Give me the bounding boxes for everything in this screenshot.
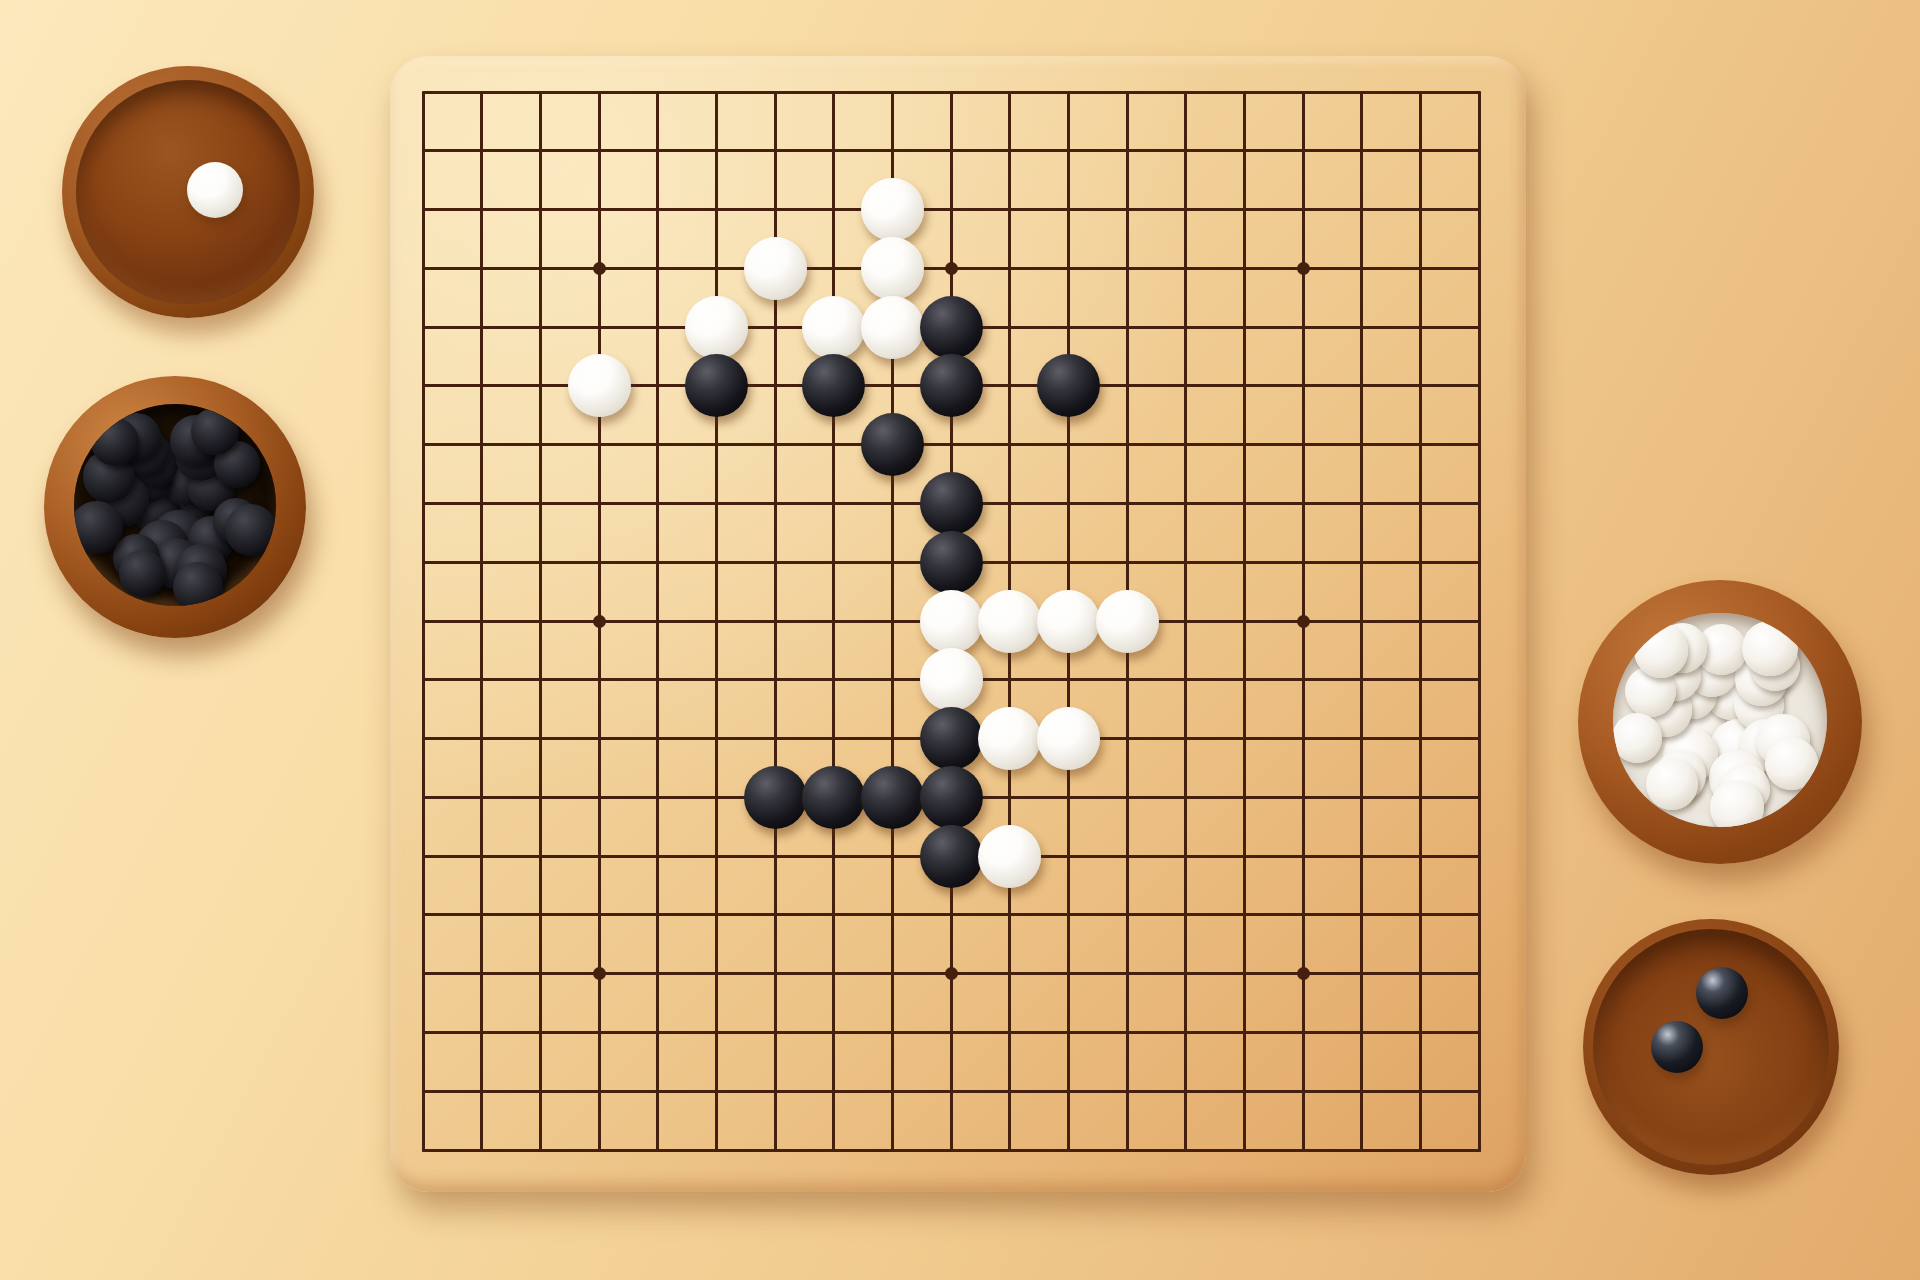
white-stone-heap: [1613, 613, 1827, 827]
white-stone[interactable]: [920, 648, 983, 711]
black-stone[interactable]: [802, 354, 865, 417]
white-stone[interactable]: [861, 296, 924, 359]
black-stone[interactable]: [1037, 354, 1100, 417]
grid-line-vertical: [1360, 91, 1363, 1152]
black-stone[interactable]: [920, 354, 983, 417]
white-stone[interactable]: [1096, 590, 1159, 653]
grid-line-horizontal: [422, 913, 1481, 916]
bowl-stone-black: [91, 418, 139, 466]
bowl-lid-top-left: [62, 66, 314, 318]
go-scene: [0, 0, 1920, 1280]
white-stone[interactable]: [744, 237, 807, 300]
black-stone[interactable]: [861, 766, 924, 829]
bowl-lid-bottom-right: [1583, 919, 1839, 1175]
star-point: [945, 967, 958, 980]
black-stone[interactable]: [920, 707, 983, 770]
bowl-stone-black: [74, 501, 123, 554]
grid-line-horizontal: [422, 1149, 1481, 1152]
black-stone[interactable]: [920, 531, 983, 594]
white-stone[interactable]: [861, 237, 924, 300]
bowl-white-stones: [1578, 580, 1862, 864]
grid-line-horizontal: [422, 1031, 1481, 1034]
captured-white-stone: [187, 162, 243, 218]
black-stone[interactable]: [802, 766, 865, 829]
bowl-stone-white: [1634, 623, 1689, 678]
black-stone[interactable]: [685, 354, 748, 417]
white-stone[interactable]: [685, 296, 748, 359]
lid-surface: [1593, 929, 1829, 1165]
bowl-stone-black: [119, 550, 166, 597]
bowl-stone-black: [225, 504, 276, 556]
grid-line-horizontal: [422, 1090, 1481, 1093]
bowl-stone-white: [1710, 780, 1765, 827]
black-stone-heap: [74, 404, 276, 606]
bowl-stone-white: [1646, 758, 1698, 810]
grid-line-vertical: [1478, 91, 1481, 1152]
star-point: [593, 262, 606, 275]
white-stone[interactable]: [978, 825, 1041, 888]
grid-line-vertical: [1243, 91, 1246, 1152]
white-stone[interactable]: [978, 590, 1041, 653]
grid-line-vertical: [1419, 91, 1422, 1152]
white-stone[interactable]: [1037, 590, 1100, 653]
bowl-stone-white: [1613, 713, 1662, 763]
grid-line-vertical: [1184, 91, 1187, 1152]
bowl-stone-black: [173, 562, 224, 606]
white-stone[interactable]: [978, 707, 1041, 770]
white-stone[interactable]: [861, 178, 924, 241]
captured-black-stone: [1651, 1021, 1703, 1073]
bowl-black-stones: [44, 376, 306, 638]
star-point: [1297, 615, 1310, 628]
go-board[interactable]: [390, 56, 1526, 1192]
star-point: [945, 262, 958, 275]
black-stone[interactable]: [920, 296, 983, 359]
white-stone[interactable]: [568, 354, 631, 417]
black-stone[interactable]: [920, 472, 983, 535]
captured-black-stone: [1696, 967, 1748, 1019]
star-point: [593, 967, 606, 980]
bowl-stone-black: [191, 408, 239, 456]
black-stone[interactable]: [920, 766, 983, 829]
bowl-stone-white: [1765, 737, 1818, 790]
black-stone[interactable]: [744, 766, 807, 829]
star-point: [1297, 262, 1310, 275]
white-stone[interactable]: [802, 296, 865, 359]
white-stone[interactable]: [920, 590, 983, 653]
star-point: [593, 615, 606, 628]
star-point: [1297, 967, 1310, 980]
bowl-stone-white: [1742, 621, 1798, 677]
black-stone[interactable]: [861, 413, 924, 476]
black-stone[interactable]: [920, 825, 983, 888]
white-stone[interactable]: [1037, 707, 1100, 770]
